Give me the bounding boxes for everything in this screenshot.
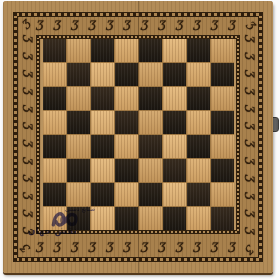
square-a6[interactable] (43, 87, 66, 110)
square-h4[interactable] (211, 135, 234, 158)
square-b1[interactable] (67, 207, 90, 230)
square-d3[interactable] (115, 159, 138, 182)
border-line-outer: Ʒ Ʒ Ʒ Ʒ Ʒ Ʒ Ʒ Ʒ Ʒ Ʒ Ʒ Ʒ Ʒ Ʒ Ʒ Ʒ Ʒ Ʒ Ʒ Ʒ … (13, 12, 263, 262)
square-d1[interactable] (115, 207, 138, 230)
chess-board: Ʒ Ʒ Ʒ Ʒ Ʒ Ʒ Ʒ Ʒ Ʒ Ʒ Ʒ Ʒ Ʒ Ʒ Ʒ Ʒ Ʒ Ʒ Ʒ Ʒ … (3, 1, 273, 273)
square-h2[interactable] (211, 183, 234, 206)
square-c1[interactable] (91, 207, 114, 230)
square-f6[interactable] (163, 87, 186, 110)
square-c8[interactable] (91, 39, 114, 62)
outer-wood-frame: Ʒ Ʒ Ʒ Ʒ Ʒ Ʒ Ʒ Ʒ Ʒ Ʒ Ʒ Ʒ Ʒ Ʒ Ʒ Ʒ Ʒ Ʒ Ʒ Ʒ … (3, 1, 273, 273)
square-a3[interactable] (43, 159, 66, 182)
square-b6[interactable] (67, 87, 90, 110)
square-b2[interactable] (67, 183, 90, 206)
square-a2[interactable] (43, 183, 66, 206)
square-g5[interactable] (187, 111, 210, 134)
square-a4[interactable] (43, 135, 66, 158)
square-f3[interactable] (163, 159, 186, 182)
square-f1[interactable] (163, 207, 186, 230)
square-g8[interactable] (187, 39, 210, 62)
scroll-corner-icon: Ʒ (237, 236, 261, 260)
square-f5[interactable] (163, 111, 186, 134)
square-d2[interactable] (115, 183, 138, 206)
square-e6[interactable] (139, 87, 162, 110)
square-a7[interactable] (43, 63, 66, 86)
square-h8[interactable] (211, 39, 234, 62)
square-d8[interactable] (115, 39, 138, 62)
square-b4[interactable] (67, 135, 90, 158)
border-line-inner (36, 35, 240, 234)
square-e1[interactable] (139, 207, 162, 230)
square-g7[interactable] (187, 63, 210, 86)
square-f4[interactable] (163, 135, 186, 158)
square-e2[interactable] (139, 183, 162, 206)
square-e8[interactable] (139, 39, 162, 62)
square-e3[interactable] (139, 159, 162, 182)
square-e7[interactable] (139, 63, 162, 86)
carved-scroll-band: Ʒ Ʒ Ʒ Ʒ Ʒ Ʒ Ʒ Ʒ Ʒ Ʒ Ʒ Ʒ Ʒ Ʒ Ʒ Ʒ Ʒ Ʒ Ʒ Ʒ … (18, 17, 258, 257)
square-f2[interactable] (163, 183, 186, 206)
square-e5[interactable] (139, 111, 162, 134)
beaded-border-outer: Ʒ Ʒ Ʒ Ʒ Ʒ Ʒ Ʒ Ʒ Ʒ Ʒ Ʒ Ʒ Ʒ Ʒ Ʒ Ʒ Ʒ Ʒ Ʒ Ʒ … (14, 13, 262, 261)
square-g1[interactable] (187, 207, 210, 230)
square-f7[interactable] (163, 63, 186, 86)
square-h5[interactable] (211, 111, 234, 134)
square-h1[interactable] (211, 207, 234, 230)
square-c5[interactable] (91, 111, 114, 134)
square-c4[interactable] (91, 135, 114, 158)
square-c7[interactable] (91, 63, 114, 86)
square-d6[interactable] (115, 87, 138, 110)
square-f8[interactable] (163, 39, 186, 62)
square-h7[interactable] (211, 63, 234, 86)
square-a5[interactable] (43, 111, 66, 134)
square-b8[interactable] (67, 39, 90, 62)
square-d7[interactable] (115, 63, 138, 86)
photo-background: Ʒ Ʒ Ʒ Ʒ Ʒ Ʒ Ʒ Ʒ Ʒ Ʒ Ʒ Ʒ Ʒ Ʒ Ʒ Ʒ Ʒ Ʒ Ʒ Ʒ … (0, 0, 280, 280)
square-a8[interactable] (43, 39, 66, 62)
square-g6[interactable] (187, 87, 210, 110)
square-e4[interactable] (139, 135, 162, 158)
square-d4[interactable] (115, 135, 138, 158)
square-b7[interactable] (67, 63, 90, 86)
square-g3[interactable] (187, 159, 210, 182)
scroll-ornament-left: Ʒ Ʒ Ʒ Ʒ Ʒ Ʒ Ʒ Ʒ Ʒ Ʒ Ʒ Ʒ Ʒ Ʒ Ʒ Ʒ (18, 34, 36, 240)
square-b3[interactable] (67, 159, 90, 182)
square-c2[interactable] (91, 183, 114, 206)
playing-grid (43, 39, 234, 230)
square-b5[interactable] (67, 111, 90, 134)
square-h6[interactable] (211, 87, 234, 110)
square-g4[interactable] (187, 135, 210, 158)
scroll-ornament-top: Ʒ Ʒ Ʒ Ʒ Ʒ Ʒ Ʒ Ʒ Ʒ Ʒ Ʒ Ʒ Ʒ Ʒ Ʒ Ʒ (35, 17, 241, 35)
square-c3[interactable] (91, 159, 114, 182)
square-c6[interactable] (91, 87, 114, 110)
square-g2[interactable] (187, 183, 210, 206)
square-h3[interactable] (211, 159, 234, 182)
inner-wood-margin (40, 39, 236, 230)
scroll-ornament-bottom: Ʒ Ʒ Ʒ Ʒ Ʒ Ʒ Ʒ Ʒ Ʒ Ʒ Ʒ Ʒ Ʒ Ʒ Ʒ Ʒ (35, 239, 241, 257)
scroll-ornament-right: Ʒ Ʒ Ʒ Ʒ Ʒ Ʒ Ʒ Ʒ Ʒ Ʒ Ʒ Ʒ Ʒ Ʒ Ʒ Ʒ (240, 34, 258, 240)
square-d5[interactable] (115, 111, 138, 134)
beaded-border-inner (37, 36, 239, 233)
square-a1[interactable] (43, 207, 66, 230)
